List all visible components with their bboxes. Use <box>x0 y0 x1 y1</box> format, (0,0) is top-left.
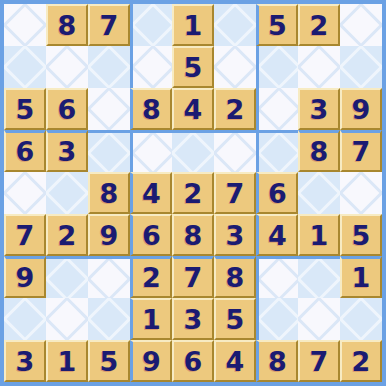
cell-r5c4[interactable]: 4 <box>130 172 172 214</box>
given-digit: 4 <box>184 96 203 123</box>
diamond-icon <box>4 4 46 46</box>
cell-r3c6[interactable]: 2 <box>214 88 256 130</box>
given-digit: 2 <box>58 222 77 249</box>
cell-r1c5[interactable]: 1 <box>172 4 214 46</box>
diamond-icon <box>340 4 382 46</box>
cell-r2c7[interactable] <box>256 46 298 88</box>
given-digit: 7 <box>16 222 35 249</box>
given-digit: 2 <box>352 348 371 375</box>
sudoku-board: 8715255684239638784276729683415927811353… <box>0 0 386 386</box>
cell-r3c2[interactable]: 6 <box>46 88 88 130</box>
cell-r1c7[interactable]: 5 <box>256 4 298 46</box>
diamond-icon <box>298 298 340 340</box>
cell-r1c6[interactable] <box>214 4 256 46</box>
cell-r5c7[interactable]: 6 <box>256 172 298 214</box>
given-digit: 4 <box>268 222 287 249</box>
cell-r6c6[interactable]: 3 <box>214 214 256 256</box>
cell-r8c3[interactable] <box>88 298 130 340</box>
diamond-icon <box>256 130 298 172</box>
cell-r3c8[interactable]: 3 <box>298 88 340 130</box>
given-digit: 8 <box>100 180 119 207</box>
cell-r4c2[interactable]: 3 <box>46 130 88 172</box>
cell-r6c1[interactable]: 7 <box>4 214 46 256</box>
cell-r1c1[interactable] <box>4 4 46 46</box>
given-digit: 7 <box>226 180 245 207</box>
cell-r5c2[interactable] <box>46 172 88 214</box>
diamond-icon <box>130 4 172 46</box>
cell-r9c5[interactable]: 6 <box>172 340 214 382</box>
cell-r9c9[interactable]: 2 <box>340 340 382 382</box>
cell-r2c8[interactable] <box>298 46 340 88</box>
given-digit: 5 <box>100 348 119 375</box>
given-digit: 6 <box>142 222 161 249</box>
cell-r9c7[interactable]: 8 <box>256 340 298 382</box>
diamond-icon <box>88 130 130 172</box>
given-digit: 8 <box>226 264 245 291</box>
cell-r2c6[interactable] <box>214 46 256 88</box>
diamond-icon <box>46 298 88 340</box>
cell-r8c4[interactable]: 1 <box>130 298 172 340</box>
given-digit: 6 <box>268 180 287 207</box>
cell-r5c1[interactable] <box>4 172 46 214</box>
given-digit: 1 <box>58 348 77 375</box>
given-digit: 1 <box>184 12 203 39</box>
given-digit: 1 <box>352 264 371 291</box>
cell-r2c5[interactable]: 5 <box>172 46 214 88</box>
cell-r4c1[interactable]: 6 <box>4 130 46 172</box>
cell-r7c2[interactable] <box>46 256 88 298</box>
cell-r6c5[interactable]: 8 <box>172 214 214 256</box>
cell-r9c3[interactable]: 5 <box>88 340 130 382</box>
cell-r6c2[interactable]: 2 <box>46 214 88 256</box>
cell-r1c2[interactable]: 8 <box>46 4 88 46</box>
diamond-icon <box>340 46 382 88</box>
cell-r3c7[interactable] <box>256 88 298 130</box>
diamond-icon <box>46 46 88 88</box>
cell-r5c9[interactable] <box>340 172 382 214</box>
cell-r5c5[interactable]: 2 <box>172 172 214 214</box>
cell-r2c2[interactable] <box>46 46 88 88</box>
diamond-icon <box>46 172 88 214</box>
cell-r5c6[interactable]: 7 <box>214 172 256 214</box>
cell-r4c3[interactable] <box>88 130 130 172</box>
cell-r1c9[interactable] <box>340 4 382 46</box>
cell-r4c7[interactable] <box>256 130 298 172</box>
cell-r8c2[interactable] <box>46 298 88 340</box>
diamond-icon <box>214 4 256 46</box>
given-digit: 1 <box>310 222 329 249</box>
diamond-icon <box>130 130 172 172</box>
given-digit: 5 <box>16 96 35 123</box>
cell-r7c3[interactable] <box>88 256 130 298</box>
cell-r8c8[interactable] <box>298 298 340 340</box>
diamond-icon <box>130 46 172 88</box>
given-digit: 2 <box>142 264 161 291</box>
given-digit: 7 <box>310 348 329 375</box>
diamond-icon <box>340 172 382 214</box>
cell-r4c9[interactable]: 7 <box>340 130 382 172</box>
diamond-icon <box>88 256 130 298</box>
cell-r2c9[interactable] <box>340 46 382 88</box>
given-digit: 7 <box>100 12 119 39</box>
given-digit: 7 <box>184 264 203 291</box>
diamond-icon <box>256 256 298 298</box>
cell-r9c6[interactable]: 4 <box>214 340 256 382</box>
given-digit: 3 <box>226 222 245 249</box>
cell-r1c8[interactable]: 2 <box>298 4 340 46</box>
cell-r7c6[interactable]: 8 <box>214 256 256 298</box>
diamond-icon <box>214 46 256 88</box>
diamond-icon <box>4 298 46 340</box>
diamond-icon <box>256 88 298 130</box>
given-digit: 8 <box>184 222 203 249</box>
cell-r6c3[interactable]: 9 <box>88 214 130 256</box>
given-digit: 2 <box>184 180 203 207</box>
given-digit: 8 <box>142 96 161 123</box>
diamond-icon <box>298 172 340 214</box>
cell-r1c4[interactable] <box>130 4 172 46</box>
given-digit: 2 <box>310 12 329 39</box>
cell-r7c4[interactable]: 2 <box>130 256 172 298</box>
given-digit: 5 <box>226 306 245 333</box>
diamond-icon <box>172 130 214 172</box>
given-digit: 4 <box>142 180 161 207</box>
cell-r8c5[interactable]: 3 <box>172 298 214 340</box>
cell-r4c4[interactable] <box>130 130 172 172</box>
diamond-icon <box>46 256 88 298</box>
given-digit: 5 <box>184 54 203 81</box>
cell-r3c9[interactable]: 9 <box>340 88 382 130</box>
given-digit: 9 <box>142 348 161 375</box>
given-digit: 5 <box>352 222 371 249</box>
cell-r7c5[interactable]: 7 <box>172 256 214 298</box>
cell-r4c6[interactable] <box>214 130 256 172</box>
given-digit: 8 <box>268 348 287 375</box>
cell-r5c8[interactable] <box>298 172 340 214</box>
cell-r7c7[interactable] <box>256 256 298 298</box>
given-digit: 5 <box>268 12 287 39</box>
cell-r7c1[interactable]: 9 <box>4 256 46 298</box>
cell-r2c3[interactable] <box>88 46 130 88</box>
cell-r6c8[interactable]: 1 <box>298 214 340 256</box>
cell-r3c3[interactable] <box>88 88 130 130</box>
cell-r7c9[interactable]: 1 <box>340 256 382 298</box>
given-digit: 3 <box>310 96 329 123</box>
cell-r8c9[interactable] <box>340 298 382 340</box>
diamond-icon <box>4 46 46 88</box>
cell-r3c1[interactable]: 5 <box>4 88 46 130</box>
diamond-icon <box>298 46 340 88</box>
cell-r9c4[interactable]: 9 <box>130 340 172 382</box>
given-digit: 3 <box>184 306 203 333</box>
cell-r6c9[interactable]: 5 <box>340 214 382 256</box>
given-digit: 7 <box>352 138 371 165</box>
given-digit: 9 <box>100 222 119 249</box>
given-digit: 9 <box>16 264 35 291</box>
cell-r9c1[interactable]: 3 <box>4 340 46 382</box>
cell-r7c8[interactable] <box>298 256 340 298</box>
cell-r5c3[interactable]: 8 <box>88 172 130 214</box>
cell-r2c4[interactable] <box>130 46 172 88</box>
cell-r3c5[interactable]: 4 <box>172 88 214 130</box>
cell-r2c1[interactable] <box>4 46 46 88</box>
cell-r8c7[interactable] <box>256 298 298 340</box>
diamond-icon <box>214 130 256 172</box>
diamond-icon <box>4 172 46 214</box>
cell-r1c3[interactable]: 7 <box>88 4 130 46</box>
given-digit: 8 <box>58 12 77 39</box>
given-digit: 4 <box>226 348 245 375</box>
given-digit: 6 <box>184 348 203 375</box>
diamond-icon <box>256 46 298 88</box>
diamond-icon <box>340 298 382 340</box>
cell-r4c8[interactable]: 8 <box>298 130 340 172</box>
diamond-icon <box>256 298 298 340</box>
diamond-icon <box>88 88 130 130</box>
given-digit: 3 <box>16 348 35 375</box>
diamond-icon <box>88 298 130 340</box>
given-digit: 2 <box>226 96 245 123</box>
cell-r9c8[interactable]: 7 <box>298 340 340 382</box>
given-digit: 3 <box>58 138 77 165</box>
given-digit: 6 <box>16 138 35 165</box>
cell-r6c7[interactable]: 4 <box>256 214 298 256</box>
cell-r3c4[interactable]: 8 <box>130 88 172 130</box>
given-digit: 1 <box>142 306 161 333</box>
diamond-icon <box>88 46 130 88</box>
cell-r6c4[interactable]: 6 <box>130 214 172 256</box>
given-digit: 8 <box>310 138 329 165</box>
cell-r8c6[interactable]: 5 <box>214 298 256 340</box>
diamond-icon <box>298 256 340 298</box>
cell-r4c5[interactable] <box>172 130 214 172</box>
given-digit: 9 <box>352 96 371 123</box>
cell-r8c1[interactable] <box>4 298 46 340</box>
given-digit: 6 <box>58 96 77 123</box>
cell-r9c2[interactable]: 1 <box>46 340 88 382</box>
